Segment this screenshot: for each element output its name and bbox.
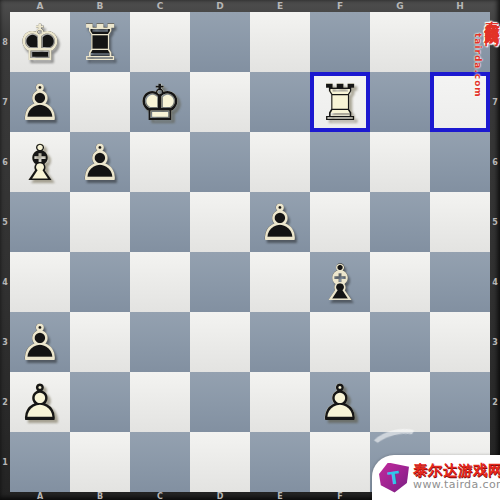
square-f2[interactable]: ♟♙ [310,372,370,432]
watermark-top-cn-text: 泰尔达游戏网 [484,9,499,21]
square-e3[interactable] [250,312,310,372]
square-c5[interactable] [130,192,190,252]
rank-label: 8 [490,12,500,72]
file-label: F [310,0,370,12]
square-h5[interactable] [430,192,490,252]
file-labels-top: ABCDEFGH [10,0,490,12]
square-a5[interactable] [10,192,70,252]
square-b3[interactable] [70,312,130,372]
black-king[interactable]: ♚♔ [10,12,70,72]
rank-labels-left: 87654321 [0,12,10,492]
square-b5[interactable] [70,192,130,252]
square-g3[interactable] [370,312,430,372]
square-f5[interactable] [310,192,370,252]
piece-outline-glyph: ♙ [10,372,70,432]
piece-outline-glyph: ♗ [310,252,370,312]
rank-label: 4 [490,252,500,312]
file-label: E [250,0,310,12]
square-c8[interactable] [130,12,190,72]
square-d5[interactable] [190,192,250,252]
rank-label: 3 [0,312,10,372]
square-d8[interactable] [190,12,250,72]
square-c7[interactable]: ♚♔ [130,72,190,132]
square-f7[interactable]: ♜♖ [310,72,370,132]
square-b4[interactable] [70,252,130,312]
piece-outline-glyph: ♙ [310,372,370,432]
white-king[interactable]: ♚♔ [130,72,190,132]
brand-logo-icon: T [379,463,409,493]
file-label: H [430,0,490,12]
chess-board: ♚♔♜♖♟♙♚♔♜♖♝♗♟♙♟♙♝♗♟♙♟♙♟♙ [10,12,490,492]
black-bishop[interactable]: ♝♗ [310,252,370,312]
brand-name: 泰尔达游戏网 [413,463,500,479]
black-pawn[interactable]: ♟♙ [70,132,130,192]
square-f8[interactable] [310,12,370,72]
rank-label: 6 [0,132,10,192]
square-c4[interactable] [130,252,190,312]
square-f4[interactable]: ♝♗ [310,252,370,312]
square-a2[interactable]: ♟♙ [10,372,70,432]
white-pawn[interactable]: ♟♙ [310,372,370,432]
square-h4[interactable] [430,252,490,312]
square-c6[interactable] [130,132,190,192]
piece-outline-glyph: ♙ [10,312,70,372]
square-e4[interactable] [250,252,310,312]
file-label: F [310,492,370,500]
square-d1[interactable] [190,432,250,492]
file-label: C [130,492,190,500]
rank-label: 2 [0,372,10,432]
square-d7[interactable] [190,72,250,132]
square-f6[interactable] [310,132,370,192]
white-bishop[interactable]: ♝♗ [10,132,70,192]
square-g8[interactable] [370,12,430,72]
square-f3[interactable] [310,312,370,372]
square-e1[interactable] [250,432,310,492]
square-f1[interactable] [310,432,370,492]
square-a8[interactable]: ♚♔ [10,12,70,72]
piece-outline-glyph: ♙ [10,72,70,132]
rank-label: 2 [490,372,500,432]
square-a6[interactable]: ♝♗ [10,132,70,192]
brand-url: www.tairda.com [413,479,500,491]
file-label: E [250,492,310,500]
square-c1[interactable] [130,432,190,492]
brand-logo-letter: T [377,461,411,495]
file-label: A [10,0,70,12]
square-a4[interactable] [10,252,70,312]
square-d6[interactable] [190,132,250,192]
black-pawn[interactable]: ♟♙ [250,192,310,252]
watermark-top-en-text: tairda.com [473,33,483,98]
square-e2[interactable] [250,372,310,432]
black-pawn[interactable]: ♟♙ [10,72,70,132]
piece-outline-glyph: ♔ [130,72,190,132]
rank-label: 4 [0,252,10,312]
square-b6[interactable]: ♟♙ [70,132,130,192]
rank-label: 7 [490,72,500,132]
rank-label: 5 [0,192,10,252]
white-rook[interactable]: ♜♖ [310,72,370,132]
square-a1[interactable] [10,432,70,492]
piece-outline-glyph: ♖ [310,72,370,132]
square-h6[interactable] [430,132,490,192]
file-label: B [70,0,130,12]
square-b7[interactable] [70,72,130,132]
piece-outline-glyph: ♔ [10,12,70,72]
square-a3[interactable]: ♟♙ [10,312,70,372]
rank-label: 1 [0,432,10,492]
square-g2[interactable] [370,372,430,432]
rank-label: 3 [490,312,500,372]
square-b1[interactable] [70,432,130,492]
piece-outline-glyph: ♗ [10,132,70,192]
file-label: C [130,0,190,12]
square-e7[interactable] [250,72,310,132]
square-e8[interactable] [250,12,310,72]
square-c3[interactable] [130,312,190,372]
square-h2[interactable] [430,372,490,432]
square-h3[interactable] [430,312,490,372]
white-pawn[interactable]: ♟♙ [10,372,70,432]
piece-outline-glyph: ♖ [70,12,130,72]
square-d2[interactable] [190,372,250,432]
square-g7[interactable] [370,72,430,132]
rank-labels-right: 87654321 [490,12,500,492]
square-b2[interactable] [70,372,130,432]
file-label: D [190,0,250,12]
black-pawn[interactable]: ♟♙ [10,312,70,372]
watermark-bottom: T 泰尔达游戏网 www.tairda.com [372,455,500,500]
square-g6[interactable] [370,132,430,192]
black-rook[interactable]: ♜♖ [70,12,130,72]
square-e5[interactable]: ♟♙ [250,192,310,252]
square-e6[interactable] [250,132,310,192]
square-d4[interactable] [190,252,250,312]
square-g5[interactable] [370,192,430,252]
rank-label: 5 [490,192,500,252]
rank-label: 7 [0,72,10,132]
rank-label: 6 [490,132,500,192]
chessboard-frame: ABCDEFGH ABCDEFGH 87654321 87654321 ♚♔♜♖… [0,0,500,500]
piece-outline-glyph: ♙ [250,192,310,252]
rank-label: 8 [0,12,10,72]
file-label: D [190,492,250,500]
square-b8[interactable]: ♜♖ [70,12,130,72]
brand-text: 泰尔达游戏网 www.tairda.com [413,463,500,491]
square-g4[interactable] [370,252,430,312]
square-c2[interactable] [130,372,190,432]
file-label: G [370,0,430,12]
watermark-top: 泰尔达游戏网 tairda.com [484,9,499,21]
file-label: A [10,492,70,500]
square-a7[interactable]: ♟♙ [10,72,70,132]
square-d3[interactable] [190,312,250,372]
piece-outline-glyph: ♙ [70,132,130,192]
file-label: B [70,492,130,500]
